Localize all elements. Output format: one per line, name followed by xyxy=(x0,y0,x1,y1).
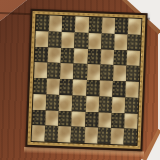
square-a3[interactable] xyxy=(33,94,47,110)
square-h6[interactable] xyxy=(126,50,140,66)
square-g1[interactable] xyxy=(110,128,124,144)
square-h8[interactable] xyxy=(128,19,142,35)
square-d1[interactable] xyxy=(71,127,85,143)
square-d6[interactable] xyxy=(74,48,88,64)
square-f8[interactable] xyxy=(101,18,115,34)
square-h7[interactable] xyxy=(127,34,141,50)
square-e4[interactable] xyxy=(86,80,100,96)
square-f7[interactable] xyxy=(101,33,115,49)
square-f4[interactable] xyxy=(99,81,113,97)
square-d5[interactable] xyxy=(73,64,87,80)
square-a2[interactable] xyxy=(32,109,46,125)
square-e1[interactable] xyxy=(84,127,98,143)
photo-scene xyxy=(0,0,160,160)
square-g5[interactable] xyxy=(113,65,127,81)
square-h4[interactable] xyxy=(125,82,139,98)
board-inner-line xyxy=(31,14,143,146)
square-h2[interactable] xyxy=(124,113,138,129)
square-g7[interactable] xyxy=(114,34,128,50)
square-d4[interactable] xyxy=(73,79,87,95)
square-c2[interactable] xyxy=(58,110,72,126)
square-f5[interactable] xyxy=(100,65,114,81)
square-c8[interactable] xyxy=(62,16,76,32)
square-g8[interactable] xyxy=(115,18,129,34)
square-e7[interactable] xyxy=(88,33,102,49)
square-b1[interactable] xyxy=(45,126,59,142)
square-b5[interactable] xyxy=(47,63,61,79)
square-b2[interactable] xyxy=(45,110,59,126)
square-f1[interactable] xyxy=(97,128,111,144)
square-e5[interactable] xyxy=(87,64,101,80)
square-e2[interactable] xyxy=(85,111,99,127)
square-h5[interactable] xyxy=(126,66,140,82)
square-g3[interactable] xyxy=(112,97,126,113)
square-c4[interactable] xyxy=(60,79,74,95)
board-grid xyxy=(32,15,142,145)
square-h1[interactable] xyxy=(123,129,137,145)
square-b6[interactable] xyxy=(48,47,62,63)
square-a1[interactable] xyxy=(32,125,46,141)
square-c5[interactable] xyxy=(60,63,74,79)
square-d3[interactable] xyxy=(72,95,86,111)
square-b3[interactable] xyxy=(46,94,60,110)
square-c3[interactable] xyxy=(59,95,73,111)
square-g4[interactable] xyxy=(112,81,126,97)
square-c7[interactable] xyxy=(61,32,75,48)
square-d2[interactable] xyxy=(72,111,86,127)
square-g2[interactable] xyxy=(111,112,125,128)
square-c6[interactable] xyxy=(61,48,75,64)
square-g6[interactable] xyxy=(113,50,127,66)
square-a4[interactable] xyxy=(33,78,47,94)
square-d8[interactable] xyxy=(75,17,89,33)
square-f2[interactable] xyxy=(98,112,112,128)
square-a6[interactable] xyxy=(35,47,49,63)
square-d7[interactable] xyxy=(75,32,89,48)
square-h3[interactable] xyxy=(125,97,139,113)
square-e6[interactable] xyxy=(87,49,101,65)
square-c1[interactable] xyxy=(58,126,72,142)
square-f3[interactable] xyxy=(98,96,112,112)
square-b7[interactable] xyxy=(48,31,62,47)
square-b8[interactable] xyxy=(49,16,63,32)
square-e3[interactable] xyxy=(85,96,99,112)
board-inset xyxy=(25,9,147,151)
gold-trim-border xyxy=(27,11,145,149)
square-f6[interactable] xyxy=(100,49,114,65)
square-b4[interactable] xyxy=(47,78,61,94)
square-a7[interactable] xyxy=(35,31,49,47)
square-e8[interactable] xyxy=(88,17,102,33)
square-a5[interactable] xyxy=(34,62,48,78)
square-a8[interactable] xyxy=(36,15,50,31)
